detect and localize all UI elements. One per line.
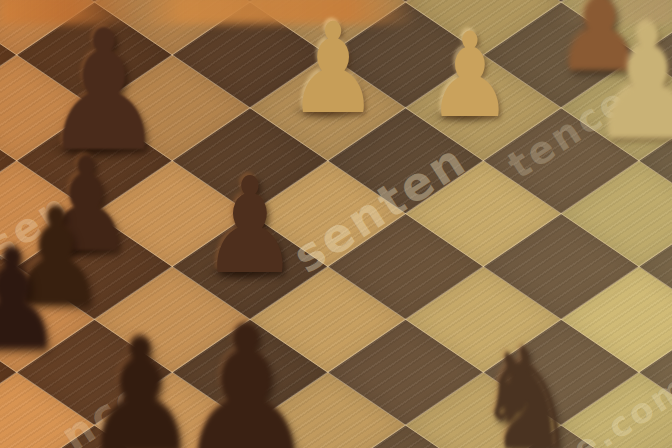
watermark-text: senten	[285, 135, 474, 280]
dark-pawn: ♟	[201, 160, 299, 293]
dark-knight: ♞	[476, 330, 579, 448]
watermark-text: e.com	[567, 368, 672, 448]
light-pawn: ♟	[590, 5, 672, 162]
light-pawn: ♟	[427, 17, 513, 134]
dark-pawn: ♟	[174, 300, 317, 448]
light-pawn: ♟	[287, 6, 379, 131]
photo-stage: ♟♟♟♟♟♟♟♟♟♟♟♞ sentensentencencee.comco	[0, 0, 672, 448]
dark-pawn: ♟	[0, 230, 63, 370]
